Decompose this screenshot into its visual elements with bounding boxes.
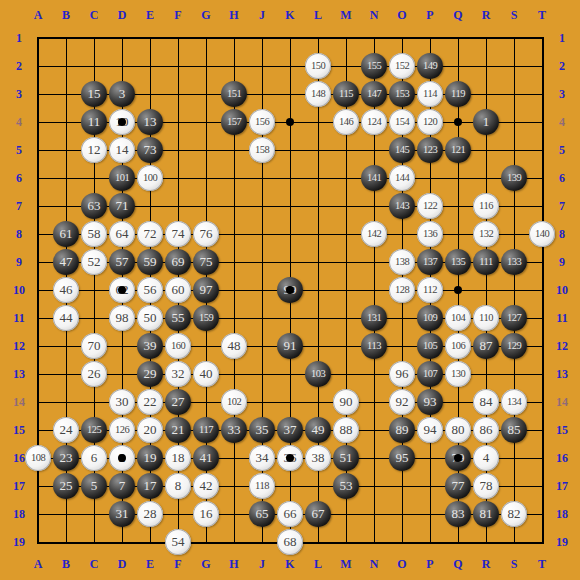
stone-white-32-F13[interactable]: 32 <box>165 361 191 387</box>
stone-white-124-N4[interactable]: 124 <box>361 109 387 135</box>
intersection-H17[interactable] <box>220 472 248 500</box>
stone-black-33-H15[interactable]: 33 <box>221 417 247 443</box>
stone-white-22-E14[interactable]: 22 <box>137 389 163 415</box>
stone-black-117-G15[interactable]: 117 <box>193 417 219 443</box>
intersection-Q8[interactable] <box>444 220 472 248</box>
intersection-S5[interactable] <box>500 136 528 164</box>
intersection-O4[interactable]: 154 <box>388 108 416 136</box>
intersection-H12[interactable]: 48 <box>220 332 248 360</box>
intersection-S12[interactable]: 129 <box>500 332 528 360</box>
intersection-B16[interactable]: 23 <box>52 444 80 472</box>
intersection-B3[interactable] <box>52 80 80 108</box>
intersection-E16[interactable]: 19 <box>136 444 164 472</box>
intersection-M1[interactable] <box>332 24 360 52</box>
intersection-G4[interactable] <box>192 108 220 136</box>
intersection-Q6[interactable] <box>444 164 472 192</box>
stone-black-129-S12[interactable]: 129 <box>501 333 527 359</box>
intersection-C6[interactable] <box>80 164 108 192</box>
intersection-L15[interactable]: 49 <box>304 416 332 444</box>
intersection-L13[interactable]: 103 <box>304 360 332 388</box>
stone-black-15-C3[interactable]: 15 <box>81 81 107 107</box>
intersection-J11[interactable] <box>248 304 276 332</box>
stone-black-147-N3[interactable]: 147 <box>361 81 387 107</box>
stone-black-103-L13[interactable]: 103 <box>305 361 331 387</box>
intersection-F17[interactable]: 8 <box>164 472 192 500</box>
stone-white-42-G17[interactable]: 42 <box>193 473 219 499</box>
stone-black-105-P12[interactable]: 105 <box>417 333 443 359</box>
stone-white-66-K18[interactable]: 66 <box>277 501 303 527</box>
intersection-Q9[interactable]: 135 <box>444 248 472 276</box>
intersection-H16[interactable] <box>220 444 248 472</box>
stone-white-50-E11[interactable]: 50 <box>137 305 163 331</box>
intersection-F12[interactable]: 160 <box>164 332 192 360</box>
stone-black-5-C17[interactable]: 5 <box>81 473 107 499</box>
intersection-L11[interactable] <box>304 304 332 332</box>
stone-white-88-M15[interactable]: 88 <box>333 417 359 443</box>
intersection-B9[interactable]: 47 <box>52 248 80 276</box>
intersection-E15[interactable]: 20 <box>136 416 164 444</box>
intersection-M8[interactable] <box>332 220 360 248</box>
intersection-M18[interactable] <box>332 500 360 528</box>
intersection-R17[interactable]: 78 <box>472 472 500 500</box>
intersection-P18[interactable] <box>416 500 444 528</box>
stone-black-151-H3[interactable]: 151 <box>221 81 247 107</box>
stone-black-41-G16[interactable]: 41 <box>193 445 219 471</box>
stone-white-112-P10[interactable]: 112 <box>417 277 443 303</box>
intersection-B17[interactable]: 25 <box>52 472 80 500</box>
stone-white-64-D8[interactable]: 64 <box>109 221 135 247</box>
stone-white-126-D15[interactable]: 126 <box>109 417 135 443</box>
intersection-B18[interactable] <box>52 500 80 528</box>
intersection-N16[interactable] <box>360 444 388 472</box>
stone-white-72-E8[interactable]: 72 <box>137 221 163 247</box>
intersection-J12[interactable] <box>248 332 276 360</box>
intersection-G1[interactable] <box>192 24 220 52</box>
intersection-G19[interactable] <box>192 528 220 556</box>
stone-black-13-E4[interactable]: 13 <box>137 109 163 135</box>
intersection-R6[interactable] <box>472 164 500 192</box>
intersection-F19[interactable]: 54 <box>164 528 192 556</box>
intersection-D2[interactable] <box>108 52 136 80</box>
intersection-F5[interactable] <box>164 136 192 164</box>
stone-white-128-O10[interactable]: 128 <box>389 277 415 303</box>
intersection-K19[interactable]: 68 <box>276 528 304 556</box>
stone-black-47-B9[interactable]: 47 <box>53 249 79 275</box>
stone-white-98-D11[interactable]: 98 <box>109 305 135 331</box>
intersection-K12[interactable]: 91 <box>276 332 304 360</box>
stone-black-101-D6[interactable]: 101 <box>109 165 135 191</box>
intersection-D8[interactable]: 64 <box>108 220 136 248</box>
stone-black-87-R12[interactable]: 87 <box>473 333 499 359</box>
stone-black-89-O15[interactable]: 89 <box>389 417 415 443</box>
intersection-L3[interactable]: 148 <box>304 80 332 108</box>
intersection-L17[interactable] <box>304 472 332 500</box>
intersection-K6[interactable] <box>276 164 304 192</box>
stone-white-44-B11[interactable]: 44 <box>53 305 79 331</box>
stone-white-56-E10[interactable]: 56 <box>137 277 163 303</box>
stone-black-93-P14[interactable]: 93 <box>417 389 443 415</box>
intersection-G14[interactable] <box>192 388 220 416</box>
intersection-R12[interactable]: 87 <box>472 332 500 360</box>
intersection-R14[interactable]: 84 <box>472 388 500 416</box>
stone-white-74-F8[interactable]: 74 <box>165 221 191 247</box>
stone-white-120-P4[interactable]: 120 <box>417 109 443 135</box>
intersection-G18[interactable]: 16 <box>192 500 220 528</box>
intersection-F9[interactable]: 69 <box>164 248 192 276</box>
intersection-C13[interactable]: 26 <box>80 360 108 388</box>
stone-black-63-C7[interactable]: 63 <box>81 193 107 219</box>
intersection-K14[interactable] <box>276 388 304 416</box>
intersection-C19[interactable] <box>80 528 108 556</box>
stone-black-53-M17[interactable]: 53 <box>333 473 359 499</box>
intersection-L2[interactable]: 150 <box>304 52 332 80</box>
stone-white-96-O13[interactable]: 96 <box>389 361 415 387</box>
intersection-G3[interactable] <box>192 80 220 108</box>
intersection-Q2[interactable] <box>444 52 472 80</box>
stone-white-106-Q12[interactable]: 106 <box>445 333 471 359</box>
intersection-B13[interactable] <box>52 360 80 388</box>
intersection-L10[interactable] <box>304 276 332 304</box>
intersection-N6[interactable]: 141 <box>360 164 388 192</box>
intersection-B19[interactable] <box>52 528 80 556</box>
intersection-H11[interactable] <box>220 304 248 332</box>
stone-black-25-B17[interactable]: 25 <box>53 473 79 499</box>
intersection-Q3[interactable]: 119 <box>444 80 472 108</box>
intersection-E12[interactable]: 39 <box>136 332 164 360</box>
intersection-K17[interactable] <box>276 472 304 500</box>
intersection-H15[interactable]: 33 <box>220 416 248 444</box>
intersection-R7[interactable]: 116 <box>472 192 500 220</box>
intersection-P11[interactable]: 109 <box>416 304 444 332</box>
intersection-P2[interactable]: 149 <box>416 52 444 80</box>
stone-black-19-E16[interactable]: 19 <box>137 445 163 471</box>
intersection-K3[interactable] <box>276 80 304 108</box>
intersection-R1[interactable] <box>472 24 500 52</box>
stone-white-154-O4[interactable]: 154 <box>389 109 415 135</box>
intersection-H5[interactable] <box>220 136 248 164</box>
intersection-F1[interactable] <box>164 24 192 52</box>
stone-white-70-C12[interactable]: 70 <box>81 333 107 359</box>
intersection-M10[interactable] <box>332 276 360 304</box>
intersection-B10[interactable]: 46 <box>52 276 80 304</box>
intersection-C8[interactable]: 58 <box>80 220 108 248</box>
stone-black-3-D3[interactable]: 3 <box>109 81 135 107</box>
intersection-L4[interactable] <box>304 108 332 136</box>
stone-black-69-F9[interactable]: 69 <box>165 249 191 275</box>
intersection-J7[interactable] <box>248 192 276 220</box>
intersection-R16[interactable]: 4 <box>472 444 500 472</box>
stone-black-17-E17[interactable]: 17 <box>137 473 163 499</box>
intersection-C12[interactable]: 70 <box>80 332 108 360</box>
stone-white-116-R7[interactable]: 116 <box>473 193 499 219</box>
stone-black-131-N11[interactable]: 131 <box>361 305 387 331</box>
intersection-N18[interactable] <box>360 500 388 528</box>
intersection-F15[interactable]: 21 <box>164 416 192 444</box>
stone-black-109-P11[interactable]: 109 <box>417 305 443 331</box>
stone-black-125-C15[interactable]: 125 <box>81 417 107 443</box>
intersection-Q14[interactable] <box>444 388 472 416</box>
stone-white-52-C9[interactable]: 52 <box>81 249 107 275</box>
intersection-P16[interactable] <box>416 444 444 472</box>
intersection-B6[interactable] <box>52 164 80 192</box>
intersection-N2[interactable]: 155 <box>360 52 388 80</box>
stone-black-121-Q5[interactable]: 121 <box>445 137 471 163</box>
stone-white-156-J4[interactable]: 156 <box>249 109 275 135</box>
stone-white-24-B15[interactable]: 24 <box>53 417 79 443</box>
intersection-M17[interactable]: 53 <box>332 472 360 500</box>
intersection-F11[interactable]: 55 <box>164 304 192 332</box>
intersection-E8[interactable]: 72 <box>136 220 164 248</box>
intersection-G13[interactable]: 40 <box>192 360 220 388</box>
intersection-H1[interactable] <box>220 24 248 52</box>
intersection-O2[interactable]: 152 <box>388 52 416 80</box>
intersection-M6[interactable] <box>332 164 360 192</box>
stone-white-114-P3[interactable]: 114 <box>417 81 443 107</box>
intersection-G11[interactable]: 159 <box>192 304 220 332</box>
intersection-H18[interactable] <box>220 500 248 528</box>
stone-white-8-F17[interactable]: 8 <box>165 473 191 499</box>
intersection-S14[interactable]: 134 <box>500 388 528 416</box>
intersection-O18[interactable] <box>388 500 416 528</box>
intersection-R15[interactable]: 86 <box>472 416 500 444</box>
stone-black-119-Q3[interactable]: 119 <box>445 81 471 107</box>
stone-black-145-O5[interactable]: 145 <box>389 137 415 163</box>
intersection-G12[interactable] <box>192 332 220 360</box>
intersection-P12[interactable]: 105 <box>416 332 444 360</box>
intersection-H8[interactable] <box>220 220 248 248</box>
intersection-E3[interactable] <box>136 80 164 108</box>
intersection-K7[interactable] <box>276 192 304 220</box>
stone-black-155-N2[interactable]: 155 <box>361 53 387 79</box>
intersection-N11[interactable]: 131 <box>360 304 388 332</box>
stone-white-48-H12[interactable]: 48 <box>221 333 247 359</box>
intersection-M19[interactable] <box>332 528 360 556</box>
stone-white-60-F10[interactable]: 60 <box>165 277 191 303</box>
intersection-B4[interactable] <box>52 108 80 136</box>
stone-white-54-F19[interactable]: 54 <box>165 529 191 555</box>
intersection-C16[interactable]: 6 <box>80 444 108 472</box>
intersection-F18[interactable] <box>164 500 192 528</box>
intersection-F2[interactable] <box>164 52 192 80</box>
stone-black-91-K12[interactable]: 91 <box>277 333 303 359</box>
intersection-E18[interactable]: 28 <box>136 500 164 528</box>
intersection-E4[interactable]: 13 <box>136 108 164 136</box>
stone-white-158-J5[interactable]: 158 <box>249 137 275 163</box>
intersection-P7[interactable]: 122 <box>416 192 444 220</box>
intersection-P3[interactable]: 114 <box>416 80 444 108</box>
intersection-C2[interactable] <box>80 52 108 80</box>
intersection-R10[interactable] <box>472 276 500 304</box>
intersection-B1[interactable] <box>52 24 80 52</box>
intersection-D17[interactable]: 7 <box>108 472 136 500</box>
stone-black-75-G9[interactable]: 75 <box>193 249 219 275</box>
stone-black-71-D7[interactable]: 71 <box>109 193 135 219</box>
intersection-Q17[interactable]: 77 <box>444 472 472 500</box>
stone-white-34-J16[interactable]: 34 <box>249 445 275 471</box>
intersection-E19[interactable] <box>136 528 164 556</box>
intersection-E14[interactable]: 22 <box>136 388 164 416</box>
intersection-Q1[interactable] <box>444 24 472 52</box>
intersection-N13[interactable] <box>360 360 388 388</box>
stone-white-146-M4[interactable]: 146 <box>333 109 359 135</box>
intersection-C5[interactable]: 12 <box>80 136 108 164</box>
stone-white-134-S14[interactable]: 134 <box>501 389 527 415</box>
intersection-G16[interactable]: 41 <box>192 444 220 472</box>
intersection-O17[interactable] <box>388 472 416 500</box>
intersection-L5[interactable] <box>304 136 332 164</box>
stone-black-141-N6[interactable]: 141 <box>361 165 387 191</box>
stone-black-21-F15[interactable]: 21 <box>165 417 191 443</box>
intersection-K1[interactable] <box>276 24 304 52</box>
stone-white-12-C5[interactable]: 12 <box>81 137 107 163</box>
intersection-Q15[interactable]: 80 <box>444 416 472 444</box>
intersection-K18[interactable]: 66 <box>276 500 304 528</box>
stone-white-110-R11[interactable]: 110 <box>473 305 499 331</box>
stone-white-30-D14[interactable]: 30 <box>109 389 135 415</box>
intersection-M15[interactable]: 88 <box>332 416 360 444</box>
intersection-N10[interactable] <box>360 276 388 304</box>
intersection-D11[interactable]: 98 <box>108 304 136 332</box>
intersection-O14[interactable]: 92 <box>388 388 416 416</box>
stone-white-118-J17[interactable]: 118 <box>249 473 275 499</box>
intersection-G5[interactable] <box>192 136 220 164</box>
stone-white-28-E18[interactable]: 28 <box>137 501 163 527</box>
intersection-K9[interactable] <box>276 248 304 276</box>
stone-white-16-G18[interactable]: 16 <box>193 501 219 527</box>
intersection-N4[interactable]: 124 <box>360 108 388 136</box>
stone-white-14-D5[interactable]: 14 <box>109 137 135 163</box>
intersection-R5[interactable] <box>472 136 500 164</box>
stone-black-51-M16[interactable]: 51 <box>333 445 359 471</box>
intersection-Q13[interactable]: 130 <box>444 360 472 388</box>
intersection-N3[interactable]: 147 <box>360 80 388 108</box>
intersection-L9[interactable] <box>304 248 332 276</box>
stone-white-132-R8[interactable]: 132 <box>473 221 499 247</box>
stone-black-107-P13[interactable]: 107 <box>417 361 443 387</box>
stone-black-23-B16[interactable]: 23 <box>53 445 79 471</box>
intersection-Q12[interactable]: 106 <box>444 332 472 360</box>
intersection-L18[interactable]: 67 <box>304 500 332 528</box>
stone-black-77-Q17[interactable]: 77 <box>445 473 471 499</box>
intersection-L14[interactable] <box>304 388 332 416</box>
intersection-M5[interactable] <box>332 136 360 164</box>
stone-white-102-H14[interactable]: 102 <box>221 389 247 415</box>
intersection-G8[interactable]: 76 <box>192 220 220 248</box>
intersection-M16[interactable]: 51 <box>332 444 360 472</box>
intersection-P4[interactable]: 120 <box>416 108 444 136</box>
intersection-Q11[interactable]: 104 <box>444 304 472 332</box>
intersection-F8[interactable]: 74 <box>164 220 192 248</box>
intersection-S8[interactable] <box>500 220 528 248</box>
intersection-D15[interactable]: 126 <box>108 416 136 444</box>
intersection-R2[interactable] <box>472 52 500 80</box>
stone-white-76-G8[interactable]: 76 <box>193 221 219 247</box>
intersection-J18[interactable]: 65 <box>248 500 276 528</box>
stone-black-157-H4[interactable]: 157 <box>221 109 247 135</box>
stone-black-113-N12[interactable]: 113 <box>361 333 387 359</box>
intersection-K11[interactable] <box>276 304 304 332</box>
intersection-C3[interactable]: 15 <box>80 80 108 108</box>
intersection-Q7[interactable] <box>444 192 472 220</box>
intersection-J16[interactable]: 34 <box>248 444 276 472</box>
intersection-C14[interactable] <box>80 388 108 416</box>
intersection-R4[interactable]: 1 <box>472 108 500 136</box>
intersection-B5[interactable] <box>52 136 80 164</box>
intersection-J6[interactable] <box>248 164 276 192</box>
intersection-N5[interactable] <box>360 136 388 164</box>
intersection-F4[interactable] <box>164 108 192 136</box>
stone-black-123-P5[interactable]: 123 <box>417 137 443 163</box>
intersection-K5[interactable] <box>276 136 304 164</box>
intersection-O1[interactable] <box>388 24 416 52</box>
stone-black-11-C4[interactable]: 11 <box>81 109 107 135</box>
intersection-J1[interactable] <box>248 24 276 52</box>
stone-black-27-F14[interactable]: 27 <box>165 389 191 415</box>
stone-black-37-K15[interactable]: 37 <box>277 417 303 443</box>
intersection-P14[interactable]: 93 <box>416 388 444 416</box>
stone-black-127-S11[interactable]: 127 <box>501 305 527 331</box>
stone-white-58-C8[interactable]: 58 <box>81 221 107 247</box>
intersection-J13[interactable] <box>248 360 276 388</box>
intersection-S2[interactable] <box>500 52 528 80</box>
stone-white-122-P7[interactable]: 122 <box>417 193 443 219</box>
intersection-R8[interactable]: 132 <box>472 220 500 248</box>
intersection-P19[interactable] <box>416 528 444 556</box>
intersection-G9[interactable]: 75 <box>192 248 220 276</box>
intersection-H7[interactable] <box>220 192 248 220</box>
intersection-C18[interactable] <box>80 500 108 528</box>
intersection-H14[interactable]: 102 <box>220 388 248 416</box>
stone-black-7-D17[interactable]: 7 <box>109 473 135 499</box>
intersection-H2[interactable] <box>220 52 248 80</box>
stone-white-138-O9[interactable]: 138 <box>389 249 415 275</box>
intersection-K8[interactable] <box>276 220 304 248</box>
intersection-B15[interactable]: 24 <box>52 416 80 444</box>
intersection-R11[interactable]: 110 <box>472 304 500 332</box>
stone-white-6-C16[interactable]: 6 <box>81 445 107 471</box>
stone-white-78-R17[interactable]: 78 <box>473 473 499 499</box>
intersection-O12[interactable] <box>388 332 416 360</box>
intersection-J5[interactable]: 158 <box>248 136 276 164</box>
stone-black-61-B8[interactable]: 61 <box>53 221 79 247</box>
intersection-E6[interactable]: 100 <box>136 164 164 192</box>
intersection-H10[interactable] <box>220 276 248 304</box>
intersection-R9[interactable]: 111 <box>472 248 500 276</box>
intersection-R3[interactable] <box>472 80 500 108</box>
intersection-P13[interactable]: 107 <box>416 360 444 388</box>
intersection-O6[interactable]: 144 <box>388 164 416 192</box>
intersection-B11[interactable]: 44 <box>52 304 80 332</box>
intersection-E1[interactable] <box>136 24 164 52</box>
stone-black-133-S9[interactable]: 133 <box>501 249 527 275</box>
intersection-L19[interactable] <box>304 528 332 556</box>
intersection-J17[interactable]: 118 <box>248 472 276 500</box>
intersection-C1[interactable] <box>80 24 108 52</box>
intersection-N17[interactable] <box>360 472 388 500</box>
intersection-G2[interactable] <box>192 52 220 80</box>
intersection-M4[interactable]: 146 <box>332 108 360 136</box>
intersection-K2[interactable] <box>276 52 304 80</box>
intersection-S3[interactable] <box>500 80 528 108</box>
intersection-P15[interactable]: 94 <box>416 416 444 444</box>
intersection-L1[interactable] <box>304 24 332 52</box>
intersection-C15[interactable]: 125 <box>80 416 108 444</box>
intersection-O11[interactable] <box>388 304 416 332</box>
intersection-H19[interactable] <box>220 528 248 556</box>
intersection-D6[interactable]: 101 <box>108 164 136 192</box>
stone-white-26-C13[interactable]: 26 <box>81 361 107 387</box>
stone-white-150-L2[interactable]: 150 <box>305 53 331 79</box>
